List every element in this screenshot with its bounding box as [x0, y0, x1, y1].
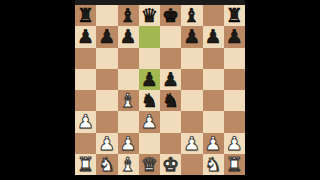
piece-white-pawn[interactable]: ♟ [141, 112, 158, 131]
piece-black-queen[interactable]: ♛ [141, 6, 158, 25]
piece-white-pawn[interactable]: ♟ [98, 133, 115, 152]
video-letterbox-frame: ♜♝♛♚♝♜♟♟♟♟♟♟♟♟♝♞♞♟♟♟♟♟♟♟♜♞♝♛♚♞♜ [0, 0, 320, 180]
square-c2[interactable]: ♟ [118, 133, 139, 154]
square-a7[interactable]: ♟ [75, 26, 96, 47]
square-d7[interactable] [139, 26, 160, 47]
square-d5[interactable]: ♟ [139, 69, 160, 90]
piece-black-pawn[interactable]: ♟ [120, 27, 137, 46]
square-f6[interactable] [181, 48, 202, 69]
square-a4[interactable] [75, 90, 96, 111]
square-b7[interactable]: ♟ [96, 26, 117, 47]
square-e2[interactable] [160, 133, 181, 154]
square-c3[interactable] [118, 111, 139, 132]
square-f4[interactable] [181, 90, 202, 111]
piece-black-bishop[interactable]: ♝ [183, 6, 200, 25]
piece-white-pawn[interactable]: ♟ [183, 133, 200, 152]
piece-black-knight[interactable]: ♞ [141, 91, 158, 110]
piece-white-rook[interactable]: ♜ [226, 154, 243, 173]
square-b5[interactable] [96, 69, 117, 90]
piece-white-bishop[interactable]: ♝ [120, 154, 137, 173]
square-h8[interactable]: ♜ [224, 5, 245, 26]
square-g4[interactable] [203, 90, 224, 111]
piece-white-pawn[interactable]: ♟ [120, 133, 137, 152]
piece-white-knight[interactable]: ♞ [205, 154, 222, 173]
square-h3[interactable] [224, 111, 245, 132]
square-f1[interactable] [181, 154, 202, 175]
square-e1[interactable]: ♚ [160, 154, 181, 175]
square-c7[interactable]: ♟ [118, 26, 139, 47]
square-g8[interactable] [203, 5, 224, 26]
square-g7[interactable]: ♟ [203, 26, 224, 47]
piece-white-pawn[interactable]: ♟ [205, 133, 222, 152]
square-c1[interactable]: ♝ [118, 154, 139, 175]
piece-black-king[interactable]: ♚ [162, 6, 179, 25]
piece-black-pawn[interactable]: ♟ [226, 27, 243, 46]
piece-black-rook[interactable]: ♜ [226, 6, 243, 25]
piece-black-pawn[interactable]: ♟ [183, 27, 200, 46]
square-g5[interactable] [203, 69, 224, 90]
piece-black-pawn[interactable]: ♟ [98, 27, 115, 46]
piece-white-knight[interactable]: ♞ [98, 154, 115, 173]
square-b3[interactable] [96, 111, 117, 132]
square-a2[interactable] [75, 133, 96, 154]
square-e8[interactable]: ♚ [160, 5, 181, 26]
square-a1[interactable]: ♜ [75, 154, 96, 175]
square-d1[interactable]: ♛ [139, 154, 160, 175]
piece-black-pawn[interactable]: ♟ [162, 69, 179, 88]
piece-black-pawn[interactable]: ♟ [77, 27, 94, 46]
piece-black-pawn[interactable]: ♟ [141, 69, 158, 88]
square-h6[interactable] [224, 48, 245, 69]
chess-board[interactable]: ♜♝♛♚♝♜♟♟♟♟♟♟♟♟♝♞♞♟♟♟♟♟♟♟♜♞♝♛♚♞♜ [75, 5, 245, 175]
square-c5[interactable] [118, 69, 139, 90]
piece-black-rook[interactable]: ♜ [77, 6, 94, 25]
square-a8[interactable]: ♜ [75, 5, 96, 26]
square-h5[interactable] [224, 69, 245, 90]
piece-white-king[interactable]: ♚ [162, 154, 179, 173]
piece-black-pawn[interactable]: ♟ [205, 27, 222, 46]
piece-white-bishop[interactable]: ♝ [120, 91, 137, 110]
square-h2[interactable]: ♟ [224, 133, 245, 154]
square-e3[interactable] [160, 111, 181, 132]
square-f2[interactable]: ♟ [181, 133, 202, 154]
square-d3[interactable]: ♟ [139, 111, 160, 132]
square-d4[interactable]: ♞ [139, 90, 160, 111]
square-b6[interactable] [96, 48, 117, 69]
square-c4[interactable]: ♝ [118, 90, 139, 111]
square-g1[interactable]: ♞ [203, 154, 224, 175]
square-c8[interactable]: ♝ [118, 5, 139, 26]
square-f5[interactable] [181, 69, 202, 90]
square-e6[interactable] [160, 48, 181, 69]
square-b2[interactable]: ♟ [96, 133, 117, 154]
square-d6[interactable] [139, 48, 160, 69]
piece-white-queen[interactable]: ♛ [141, 154, 158, 173]
square-a5[interactable] [75, 69, 96, 90]
square-e5[interactable]: ♟ [160, 69, 181, 90]
piece-white-rook[interactable]: ♜ [77, 154, 94, 173]
square-f3[interactable] [181, 111, 202, 132]
square-c6[interactable] [118, 48, 139, 69]
square-f8[interactable]: ♝ [181, 5, 202, 26]
square-h1[interactable]: ♜ [224, 154, 245, 175]
piece-black-bishop[interactable]: ♝ [120, 6, 137, 25]
square-a6[interactable] [75, 48, 96, 69]
square-h4[interactable] [224, 90, 245, 111]
square-e7[interactable] [160, 26, 181, 47]
piece-white-pawn[interactable]: ♟ [226, 133, 243, 152]
square-b1[interactable]: ♞ [96, 154, 117, 175]
square-h7[interactable]: ♟ [224, 26, 245, 47]
square-a3[interactable]: ♟ [75, 111, 96, 132]
square-g3[interactable] [203, 111, 224, 132]
piece-black-knight[interactable]: ♞ [162, 91, 179, 110]
square-b4[interactable] [96, 90, 117, 111]
square-g2[interactable]: ♟ [203, 133, 224, 154]
square-f7[interactable]: ♟ [181, 26, 202, 47]
square-b8[interactable] [96, 5, 117, 26]
square-d8[interactable]: ♛ [139, 5, 160, 26]
piece-white-pawn[interactable]: ♟ [77, 112, 94, 131]
square-g6[interactable] [203, 48, 224, 69]
square-d2[interactable] [139, 133, 160, 154]
square-e4[interactable]: ♞ [160, 90, 181, 111]
